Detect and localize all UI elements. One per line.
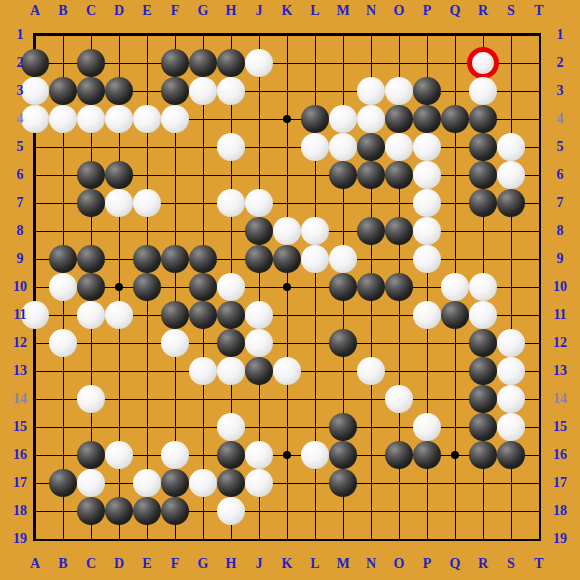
intersection-P18[interactable]: [413, 497, 441, 525]
intersection-P7[interactable]: ○: [413, 189, 441, 217]
intersection-E10[interactable]: ●: [133, 273, 161, 301]
intersection-C18[interactable]: ●: [77, 497, 105, 525]
intersection-L19[interactable]: [301, 525, 329, 553]
intersection-J10[interactable]: [245, 273, 273, 301]
intersection-E2[interactable]: [133, 49, 161, 77]
intersection-J14[interactable]: [245, 385, 273, 413]
intersection-K5[interactable]: [273, 133, 301, 161]
intersection-S14[interactable]: ○: [497, 385, 525, 413]
intersection-H3[interactable]: ○: [217, 77, 245, 105]
intersection-C6[interactable]: ●: [77, 161, 105, 189]
intersection-J16[interactable]: ○: [245, 441, 273, 469]
intersection-R19[interactable]: [469, 525, 497, 553]
intersection-E11[interactable]: [133, 301, 161, 329]
intersection-H5[interactable]: ○: [217, 133, 245, 161]
intersection-M4[interactable]: ○: [329, 105, 357, 133]
intersection-N6[interactable]: ●: [357, 161, 385, 189]
intersection-H10[interactable]: ○: [217, 273, 245, 301]
intersection-O14[interactable]: ○: [385, 385, 413, 413]
intersection-R9[interactable]: [469, 245, 497, 273]
intersection-R8[interactable]: [469, 217, 497, 245]
intersection-O3[interactable]: ○: [385, 77, 413, 105]
intersection-G16[interactable]: [189, 441, 217, 469]
intersection-Q3[interactable]: [441, 77, 469, 105]
intersection-N18[interactable]: [357, 497, 385, 525]
intersection-O9[interactable]: [385, 245, 413, 273]
intersection-H2[interactable]: ●: [217, 49, 245, 77]
intersection-P12[interactable]: [413, 329, 441, 357]
intersection-F17[interactable]: ●: [161, 469, 189, 497]
intersection-P1[interactable]: [413, 21, 441, 49]
intersection-O13[interactable]: [385, 357, 413, 385]
intersection-J13[interactable]: ●: [245, 357, 273, 385]
intersection-H6[interactable]: [217, 161, 245, 189]
intersection-E4[interactable]: ○: [133, 105, 161, 133]
intersection-E6[interactable]: [133, 161, 161, 189]
intersection-J8[interactable]: ●: [245, 217, 273, 245]
intersection-P3[interactable]: ●: [413, 77, 441, 105]
intersection-H7[interactable]: ○: [217, 189, 245, 217]
intersection-D9[interactable]: [105, 245, 133, 273]
intersection-D1[interactable]: [105, 21, 133, 49]
intersection-B11[interactable]: [49, 301, 77, 329]
intersection-E15[interactable]: [133, 413, 161, 441]
intersection-B13[interactable]: [49, 357, 77, 385]
intersection-M7[interactable]: [329, 189, 357, 217]
intersection-R6[interactable]: ●: [469, 161, 497, 189]
intersection-O15[interactable]: [385, 413, 413, 441]
intersection-D7[interactable]: ○: [105, 189, 133, 217]
intersection-G10[interactable]: ●: [189, 273, 217, 301]
intersection-J6[interactable]: [245, 161, 273, 189]
intersection-D15[interactable]: [105, 413, 133, 441]
intersection-C16[interactable]: ●: [77, 441, 105, 469]
intersection-M11[interactable]: [329, 301, 357, 329]
intersection-L3[interactable]: [301, 77, 329, 105]
intersection-Q9[interactable]: [441, 245, 469, 273]
intersection-D11[interactable]: ○: [105, 301, 133, 329]
intersection-S12[interactable]: ○: [497, 329, 525, 357]
intersection-B19[interactable]: [49, 525, 77, 553]
intersection-M6[interactable]: ●: [329, 161, 357, 189]
intersection-B16[interactable]: [49, 441, 77, 469]
intersection-C17[interactable]: ○: [77, 469, 105, 497]
intersection-L12[interactable]: [301, 329, 329, 357]
intersection-F13[interactable]: [161, 357, 189, 385]
intersection-Q5[interactable]: [441, 133, 469, 161]
intersection-L7[interactable]: [301, 189, 329, 217]
intersection-F14[interactable]: [161, 385, 189, 413]
intersection-E7[interactable]: ○: [133, 189, 161, 217]
intersection-E9[interactable]: ●: [133, 245, 161, 273]
intersection-S2[interactable]: [497, 49, 525, 77]
intersection-D10[interactable]: [105, 273, 133, 301]
intersection-S5[interactable]: ○: [497, 133, 525, 161]
intersection-F11[interactable]: ●: [161, 301, 189, 329]
intersection-S15[interactable]: ○: [497, 413, 525, 441]
intersection-P9[interactable]: ○: [413, 245, 441, 273]
intersection-E19[interactable]: [133, 525, 161, 553]
intersection-O8[interactable]: ●: [385, 217, 413, 245]
intersection-Q18[interactable]: [441, 497, 469, 525]
intersection-O16[interactable]: ●: [385, 441, 413, 469]
intersection-E18[interactable]: ●: [133, 497, 161, 525]
intersection-R17[interactable]: [469, 469, 497, 497]
intersection-B15[interactable]: [49, 413, 77, 441]
intersection-F3[interactable]: ●: [161, 77, 189, 105]
intersection-O12[interactable]: [385, 329, 413, 357]
intersection-L14[interactable]: [301, 385, 329, 413]
intersection-G17[interactable]: ○: [189, 469, 217, 497]
intersection-R5[interactable]: ●: [469, 133, 497, 161]
intersection-C12[interactable]: [77, 329, 105, 357]
intersection-K9[interactable]: ●: [273, 245, 301, 273]
intersection-F18[interactable]: ●: [161, 497, 189, 525]
intersection-S18[interactable]: [497, 497, 525, 525]
intersection-E1[interactable]: [133, 21, 161, 49]
intersection-L2[interactable]: [301, 49, 329, 77]
intersection-H12[interactable]: ●: [217, 329, 245, 357]
intersection-H17[interactable]: ●: [217, 469, 245, 497]
intersection-K17[interactable]: [273, 469, 301, 497]
intersection-P17[interactable]: [413, 469, 441, 497]
intersection-R7[interactable]: ●: [469, 189, 497, 217]
intersection-S13[interactable]: ○: [497, 357, 525, 385]
intersection-G14[interactable]: [189, 385, 217, 413]
intersection-H13[interactable]: ○: [217, 357, 245, 385]
intersection-E5[interactable]: [133, 133, 161, 161]
intersection-C4[interactable]: ○: [77, 105, 105, 133]
intersection-R13[interactable]: ●: [469, 357, 497, 385]
intersection-S6[interactable]: ○: [497, 161, 525, 189]
intersection-C9[interactable]: ●: [77, 245, 105, 273]
intersection-J7[interactable]: ○: [245, 189, 273, 217]
intersection-L17[interactable]: [301, 469, 329, 497]
intersection-N11[interactable]: [357, 301, 385, 329]
intersection-B10[interactable]: ○: [49, 273, 77, 301]
intersection-O6[interactable]: ●: [385, 161, 413, 189]
intersection-J9[interactable]: ●: [245, 245, 273, 273]
intersection-P6[interactable]: ○: [413, 161, 441, 189]
intersection-G11[interactable]: ●: [189, 301, 217, 329]
intersection-Q12[interactable]: [441, 329, 469, 357]
intersection-N13[interactable]: ○: [357, 357, 385, 385]
intersection-E8[interactable]: [133, 217, 161, 245]
intersection-D13[interactable]: [105, 357, 133, 385]
intersection-R14[interactable]: ●: [469, 385, 497, 413]
intersection-D16[interactable]: ○: [105, 441, 133, 469]
intersection-L16[interactable]: ○: [301, 441, 329, 469]
intersection-O2[interactable]: [385, 49, 413, 77]
intersection-K12[interactable]: [273, 329, 301, 357]
intersection-O18[interactable]: [385, 497, 413, 525]
intersection-P4[interactable]: ●: [413, 105, 441, 133]
intersection-N19[interactable]: [357, 525, 385, 553]
intersection-G2[interactable]: ●: [189, 49, 217, 77]
intersection-R4[interactable]: ●: [469, 105, 497, 133]
intersection-S11[interactable]: [497, 301, 525, 329]
intersection-M5[interactable]: ○: [329, 133, 357, 161]
intersection-B18[interactable]: [49, 497, 77, 525]
intersection-D18[interactable]: ●: [105, 497, 133, 525]
intersection-P2[interactable]: [413, 49, 441, 77]
intersection-D3[interactable]: ●: [105, 77, 133, 105]
intersection-S3[interactable]: [497, 77, 525, 105]
intersection-K4[interactable]: [273, 105, 301, 133]
intersection-N2[interactable]: [357, 49, 385, 77]
intersection-K2[interactable]: [273, 49, 301, 77]
intersection-M13[interactable]: [329, 357, 357, 385]
intersection-K6[interactable]: [273, 161, 301, 189]
intersection-P11[interactable]: ○: [413, 301, 441, 329]
intersection-S19[interactable]: [497, 525, 525, 553]
intersection-J15[interactable]: [245, 413, 273, 441]
intersection-E12[interactable]: [133, 329, 161, 357]
intersection-E13[interactable]: [133, 357, 161, 385]
intersection-D19[interactable]: [105, 525, 133, 553]
intersection-K16[interactable]: [273, 441, 301, 469]
intersection-K10[interactable]: [273, 273, 301, 301]
intersection-J1[interactable]: [245, 21, 273, 49]
intersection-B3[interactable]: ●: [49, 77, 77, 105]
intersection-N4[interactable]: ○: [357, 105, 385, 133]
intersection-K1[interactable]: [273, 21, 301, 49]
intersection-N10[interactable]: ●: [357, 273, 385, 301]
intersection-B9[interactable]: ●: [49, 245, 77, 273]
intersection-G8[interactable]: [189, 217, 217, 245]
intersection-C8[interactable]: [77, 217, 105, 245]
intersection-M8[interactable]: [329, 217, 357, 245]
intersection-D2[interactable]: [105, 49, 133, 77]
intersection-M1[interactable]: [329, 21, 357, 49]
intersection-C7[interactable]: ●: [77, 189, 105, 217]
intersection-H16[interactable]: ●: [217, 441, 245, 469]
intersection-Q2[interactable]: [441, 49, 469, 77]
intersection-G9[interactable]: ●: [189, 245, 217, 273]
intersection-F7[interactable]: [161, 189, 189, 217]
intersection-B1[interactable]: [49, 21, 77, 49]
intersection-Q17[interactable]: [441, 469, 469, 497]
intersection-M10[interactable]: ●: [329, 273, 357, 301]
intersection-R1[interactable]: [469, 21, 497, 49]
intersection-O1[interactable]: [385, 21, 413, 49]
intersection-C11[interactable]: ○: [77, 301, 105, 329]
intersection-P14[interactable]: [413, 385, 441, 413]
intersection-H14[interactable]: [217, 385, 245, 413]
intersection-D5[interactable]: [105, 133, 133, 161]
intersection-D6[interactable]: ●: [105, 161, 133, 189]
intersection-E16[interactable]: [133, 441, 161, 469]
intersection-N17[interactable]: [357, 469, 385, 497]
intersection-H8[interactable]: [217, 217, 245, 245]
intersection-D12[interactable]: [105, 329, 133, 357]
intersection-J4[interactable]: [245, 105, 273, 133]
intersection-S16[interactable]: ●: [497, 441, 525, 469]
intersection-J12[interactable]: ○: [245, 329, 273, 357]
intersection-K7[interactable]: [273, 189, 301, 217]
intersection-P15[interactable]: ○: [413, 413, 441, 441]
intersection-L6[interactable]: [301, 161, 329, 189]
intersection-L11[interactable]: [301, 301, 329, 329]
intersection-F10[interactable]: [161, 273, 189, 301]
intersection-M2[interactable]: [329, 49, 357, 77]
intersection-F15[interactable]: [161, 413, 189, 441]
intersection-B7[interactable]: [49, 189, 77, 217]
intersection-Q1[interactable]: [441, 21, 469, 49]
intersection-N7[interactable]: [357, 189, 385, 217]
intersection-H4[interactable]: [217, 105, 245, 133]
intersection-B14[interactable]: [49, 385, 77, 413]
intersection-K14[interactable]: [273, 385, 301, 413]
intersection-G6[interactable]: [189, 161, 217, 189]
intersection-N8[interactable]: ●: [357, 217, 385, 245]
intersection-H19[interactable]: [217, 525, 245, 553]
intersection-M17[interactable]: ●: [329, 469, 357, 497]
intersection-G4[interactable]: [189, 105, 217, 133]
intersection-J3[interactable]: [245, 77, 273, 105]
intersection-B4[interactable]: ○: [49, 105, 77, 133]
intersection-M14[interactable]: [329, 385, 357, 413]
intersection-K11[interactable]: [273, 301, 301, 329]
intersection-R18[interactable]: [469, 497, 497, 525]
goban[interactable]: ●●●●●○○○●●●●○○○○●○○○○○○○●○○●●●●○○○●○○●○●…: [21, 21, 553, 553]
intersection-P8[interactable]: ○: [413, 217, 441, 245]
intersection-R16[interactable]: ●: [469, 441, 497, 469]
intersection-C5[interactable]: [77, 133, 105, 161]
intersection-R2[interactable]: ○: [469, 49, 497, 77]
intersection-G19[interactable]: [189, 525, 217, 553]
intersection-N5[interactable]: ●: [357, 133, 385, 161]
intersection-E17[interactable]: ○: [133, 469, 161, 497]
intersection-F9[interactable]: ●: [161, 245, 189, 273]
intersection-J2[interactable]: ○: [245, 49, 273, 77]
intersection-K3[interactable]: [273, 77, 301, 105]
intersection-D8[interactable]: [105, 217, 133, 245]
intersection-L13[interactable]: [301, 357, 329, 385]
intersection-Q19[interactable]: [441, 525, 469, 553]
intersection-Q4[interactable]: ●: [441, 105, 469, 133]
intersection-C1[interactable]: [77, 21, 105, 49]
intersection-M9[interactable]: ○: [329, 245, 357, 273]
intersection-N1[interactable]: [357, 21, 385, 49]
intersection-B8[interactable]: [49, 217, 77, 245]
intersection-S9[interactable]: [497, 245, 525, 273]
intersection-P5[interactable]: ○: [413, 133, 441, 161]
intersection-G15[interactable]: [189, 413, 217, 441]
intersection-M12[interactable]: ●: [329, 329, 357, 357]
intersection-J17[interactable]: ○: [245, 469, 273, 497]
intersection-J18[interactable]: [245, 497, 273, 525]
intersection-J5[interactable]: [245, 133, 273, 161]
intersection-M18[interactable]: [329, 497, 357, 525]
intersection-F8[interactable]: [161, 217, 189, 245]
intersection-G1[interactable]: [189, 21, 217, 49]
intersection-P13[interactable]: [413, 357, 441, 385]
intersection-Q15[interactable]: [441, 413, 469, 441]
intersection-N12[interactable]: [357, 329, 385, 357]
intersection-D17[interactable]: [105, 469, 133, 497]
intersection-C14[interactable]: ○: [77, 385, 105, 413]
intersection-J19[interactable]: [245, 525, 273, 553]
intersection-K15[interactable]: [273, 413, 301, 441]
intersection-R15[interactable]: ●: [469, 413, 497, 441]
intersection-C13[interactable]: [77, 357, 105, 385]
intersection-F16[interactable]: ○: [161, 441, 189, 469]
intersection-O4[interactable]: ●: [385, 105, 413, 133]
intersection-G7[interactable]: [189, 189, 217, 217]
intersection-L5[interactable]: ○: [301, 133, 329, 161]
intersection-Q6[interactable]: [441, 161, 469, 189]
intersection-G12[interactable]: [189, 329, 217, 357]
intersection-C10[interactable]: ●: [77, 273, 105, 301]
intersection-R12[interactable]: ●: [469, 329, 497, 357]
intersection-B6[interactable]: [49, 161, 77, 189]
intersection-C2[interactable]: ●: [77, 49, 105, 77]
intersection-O7[interactable]: [385, 189, 413, 217]
intersection-Q11[interactable]: ●: [441, 301, 469, 329]
intersection-H15[interactable]: ○: [217, 413, 245, 441]
intersection-N3[interactable]: ○: [357, 77, 385, 105]
intersection-N16[interactable]: [357, 441, 385, 469]
intersection-S1[interactable]: [497, 21, 525, 49]
intersection-M15[interactable]: ●: [329, 413, 357, 441]
intersection-D4[interactable]: ○: [105, 105, 133, 133]
intersection-K8[interactable]: ○: [273, 217, 301, 245]
intersection-C15[interactable]: [77, 413, 105, 441]
intersection-K13[interactable]: ○: [273, 357, 301, 385]
intersection-L10[interactable]: [301, 273, 329, 301]
intersection-S10[interactable]: [497, 273, 525, 301]
intersection-R3[interactable]: ○: [469, 77, 497, 105]
intersection-P19[interactable]: [413, 525, 441, 553]
intersection-Q14[interactable]: [441, 385, 469, 413]
intersection-N15[interactable]: [357, 413, 385, 441]
intersection-L1[interactable]: [301, 21, 329, 49]
intersection-F6[interactable]: [161, 161, 189, 189]
intersection-C19[interactable]: [77, 525, 105, 553]
intersection-Q10[interactable]: ○: [441, 273, 469, 301]
intersection-G18[interactable]: [189, 497, 217, 525]
intersection-R10[interactable]: ○: [469, 273, 497, 301]
intersection-Q8[interactable]: [441, 217, 469, 245]
intersection-F19[interactable]: [161, 525, 189, 553]
intersection-H11[interactable]: ●: [217, 301, 245, 329]
intersection-L9[interactable]: ○: [301, 245, 329, 273]
intersection-F12[interactable]: ○: [161, 329, 189, 357]
intersection-B17[interactable]: ●: [49, 469, 77, 497]
intersection-L8[interactable]: ○: [301, 217, 329, 245]
intersection-H9[interactable]: [217, 245, 245, 273]
intersection-G13[interactable]: ○: [189, 357, 217, 385]
intersection-M19[interactable]: [329, 525, 357, 553]
intersection-F1[interactable]: [161, 21, 189, 49]
intersection-O10[interactable]: ●: [385, 273, 413, 301]
intersection-Q16[interactable]: [441, 441, 469, 469]
intersection-B12[interactable]: ○: [49, 329, 77, 357]
intersection-F5[interactable]: [161, 133, 189, 161]
intersection-M16[interactable]: ●: [329, 441, 357, 469]
intersection-O19[interactable]: [385, 525, 413, 553]
intersection-Q7[interactable]: [441, 189, 469, 217]
intersection-S17[interactable]: [497, 469, 525, 497]
intersection-H1[interactable]: [217, 21, 245, 49]
intersection-Q13[interactable]: [441, 357, 469, 385]
intersection-S7[interactable]: ●: [497, 189, 525, 217]
intersection-S4[interactable]: [497, 105, 525, 133]
intersection-B2[interactable]: [49, 49, 77, 77]
intersection-H18[interactable]: ○: [217, 497, 245, 525]
intersection-B5[interactable]: [49, 133, 77, 161]
